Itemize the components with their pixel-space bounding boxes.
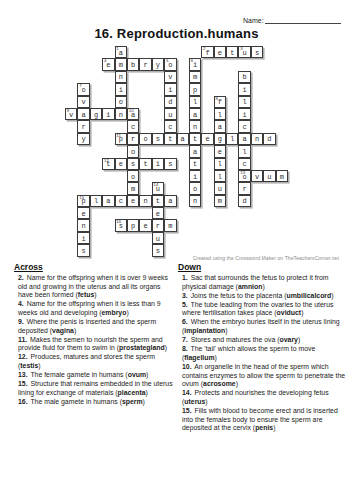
clue-number: 9 bbox=[67, 109, 69, 113]
cell-letter: y bbox=[156, 62, 160, 69]
clue-number: 1 bbox=[116, 47, 118, 51]
cell-letter: m bbox=[119, 62, 123, 69]
grid-cell-r12c2[interactable]: l bbox=[90, 195, 102, 207]
clue-item: 15. Structure that remains embedded in t… bbox=[14, 380, 174, 397]
cell-letter: n bbox=[119, 112, 123, 119]
cell-letter: i bbox=[119, 87, 123, 94]
grid-cell-r10c16[interactable]: u bbox=[263, 170, 275, 182]
cell-letter: i bbox=[193, 174, 197, 181]
clue-item: 15. Fills with blood to become erect and… bbox=[178, 407, 346, 433]
grid-cell-r12c14[interactable]: d bbox=[238, 195, 250, 207]
cell-letter: i bbox=[106, 112, 110, 119]
clue-item: 1. Sac that surrounds the fetus to prote… bbox=[178, 274, 346, 291]
clue-number: 10 bbox=[129, 109, 134, 113]
grid-cell-r13c1[interactable]: e bbox=[77, 207, 89, 219]
clue-number: 4 bbox=[104, 59, 106, 63]
grid-cell-r12c7[interactable]: t bbox=[152, 195, 164, 207]
cell-letter: l bbox=[218, 161, 222, 168]
grid-cell-r9c10[interactable]: t bbox=[189, 158, 201, 170]
grid-cell-r6c8[interactable]: c bbox=[164, 120, 176, 132]
cell-letter: i bbox=[193, 62, 197, 69]
clue-answer: fetus bbox=[78, 291, 94, 298]
grid-cell-r7c14[interactable]: a bbox=[238, 133, 250, 145]
across-clues-column: Across 2. Name for the offspring when it… bbox=[14, 262, 174, 433]
grid-cell-r7c11[interactable]: e bbox=[201, 133, 213, 145]
clue-item: 5. The tube leading from the ovaries to … bbox=[178, 301, 346, 318]
grid-cell-r1c5[interactable]: b bbox=[127, 58, 139, 70]
clue-item-number: 7. bbox=[182, 336, 188, 343]
clue-answer: ovum bbox=[128, 371, 146, 378]
cell-letter: n bbox=[255, 136, 259, 143]
grid-cell-r1c10[interactable]: 6i bbox=[189, 58, 201, 70]
grid-cell-r12c6[interactable]: n bbox=[139, 195, 151, 207]
grid-cell-r7c10[interactable]: t bbox=[189, 133, 201, 145]
clue-answer: testis bbox=[20, 362, 38, 369]
clue-number: 8 bbox=[215, 97, 217, 101]
grid-cell-r8c12[interactable]: e bbox=[214, 145, 226, 157]
name-row: Name: bbox=[243, 16, 341, 24]
grid-cell-r16c7[interactable]: s bbox=[152, 244, 164, 256]
grid-cell-r1c8[interactable]: 5o bbox=[164, 58, 176, 70]
grid-cell-r16c1[interactable]: s bbox=[77, 244, 89, 256]
clue-item-number: 11. bbox=[18, 336, 27, 343]
down-clues-column: Down 1. Sac that surrounds the fetus to … bbox=[178, 262, 346, 433]
cell-letter: l bbox=[218, 112, 222, 119]
cell-letter: o bbox=[131, 174, 135, 181]
clue-answer: amnion bbox=[238, 283, 263, 290]
grid-cell-r6c14[interactable]: c bbox=[238, 120, 250, 132]
grid-cell-r1c4[interactable]: m bbox=[115, 58, 127, 70]
cell-letter: r bbox=[131, 136, 135, 143]
cell-letter: l bbox=[243, 149, 247, 156]
cell-letter: a bbox=[193, 112, 197, 119]
grid-cell-r5c8[interactable]: u bbox=[164, 108, 176, 120]
cell-letter: d bbox=[267, 136, 271, 143]
cell-letter: v bbox=[255, 174, 259, 181]
cell-letter: p bbox=[193, 87, 197, 94]
grid-cell-r4c12[interactable]: 8f bbox=[214, 96, 226, 108]
cell-letter: t bbox=[156, 198, 160, 205]
grid-cell-r12c5[interactable]: e bbox=[127, 195, 139, 207]
cell-letter: p bbox=[131, 223, 135, 230]
clue-item-number: 8. bbox=[182, 345, 188, 352]
grid-cell-r5c14[interactable]: i bbox=[238, 108, 250, 120]
grid-cell-r5c10[interactable]: a bbox=[189, 108, 201, 120]
grid-cell-r0c13[interactable]: t bbox=[226, 46, 238, 58]
cell-letter: d bbox=[243, 198, 247, 205]
cell-letter: i bbox=[156, 161, 160, 168]
grid-cell-r6c5[interactable]: c bbox=[127, 120, 139, 132]
cell-letter: s bbox=[131, 161, 135, 168]
grid-cell-r7c6[interactable]: o bbox=[139, 133, 151, 145]
grid-cell-r2c4[interactable]: n bbox=[115, 71, 127, 83]
clue-number: 5 bbox=[166, 59, 168, 63]
cell-letter: o bbox=[119, 99, 123, 106]
grid-cell-r0c4[interactable]: 1a bbox=[115, 46, 127, 58]
cell-letter: n bbox=[119, 74, 123, 81]
grid-cell-r0c15[interactable]: s bbox=[251, 46, 263, 58]
cell-letter: l bbox=[218, 174, 222, 181]
grid-cell-r7c8[interactable]: t bbox=[164, 133, 176, 145]
grid-cell-r9c14[interactable]: c bbox=[238, 158, 250, 170]
clue-answer: embryo bbox=[102, 309, 127, 316]
cell-letter: f bbox=[205, 50, 209, 57]
down-header: Down bbox=[178, 262, 346, 272]
clue-answer: penis bbox=[255, 424, 273, 431]
clue-answer: implantation bbox=[184, 327, 225, 334]
clue-answer: oviduct bbox=[277, 309, 302, 316]
grid-cell-r9c8[interactable]: s bbox=[164, 158, 176, 170]
cell-letter: m bbox=[168, 223, 172, 230]
grid-cell-r11c12[interactable]: u bbox=[214, 182, 226, 194]
clue-number: 16 bbox=[116, 220, 121, 224]
grid-cell-r6c10[interactable]: n bbox=[189, 120, 201, 132]
grid-cell-r7c13[interactable]: l bbox=[226, 133, 238, 145]
cell-letter: m bbox=[280, 174, 284, 181]
grid-cell-r0c11[interactable]: 2f bbox=[201, 46, 213, 58]
grid-cell-r1c3[interactable]: 4e bbox=[102, 58, 114, 70]
grid-cell-r15c7[interactable]: u bbox=[152, 232, 164, 244]
cell-letter: c bbox=[168, 124, 172, 131]
cell-letter: e bbox=[81, 211, 85, 218]
cell-letter: a bbox=[106, 198, 110, 205]
cell-letter: c bbox=[243, 161, 247, 168]
grid-cell-r6c1[interactable]: r bbox=[77, 120, 89, 132]
cell-letter: c bbox=[119, 198, 123, 205]
grid-cell-r7c1[interactable]: y bbox=[77, 133, 89, 145]
grid-cell-r14c6[interactable]: e bbox=[139, 219, 151, 231]
cell-letter: l bbox=[94, 198, 98, 205]
grid-cell-r5c0[interactable]: 9v bbox=[65, 108, 77, 120]
grid-cell-r7c9[interactable]: a bbox=[177, 133, 189, 145]
grid-cell-r10c5[interactable]: o bbox=[127, 170, 139, 182]
cell-letter: a bbox=[193, 149, 197, 156]
grid-cell-r8c10[interactable]: a bbox=[189, 145, 201, 157]
clue-number: 2 bbox=[203, 47, 205, 51]
cell-letter: o bbox=[168, 62, 172, 69]
clue-answer: sperm bbox=[122, 398, 143, 405]
down-clue-list: 1. Sac that surrounds the fetus to prote… bbox=[178, 274, 346, 433]
cell-letter: s bbox=[81, 248, 85, 255]
clue-item-number: 4. bbox=[18, 300, 24, 307]
cell-letter: s bbox=[255, 50, 259, 57]
grid-cell-r4c10[interactable]: l bbox=[189, 96, 201, 108]
worksheet-page: Name: 16. Reproduction.humans 1a2fet3us4… bbox=[0, 0, 353, 500]
grid-cell-r12c12[interactable]: m bbox=[214, 195, 226, 207]
clue-item-number: 3. bbox=[182, 292, 188, 299]
grid-cell-r3c10[interactable]: p bbox=[189, 83, 201, 95]
cell-letter: i bbox=[81, 236, 85, 243]
cell-letter: e bbox=[205, 136, 209, 143]
grid-cell-r3c14[interactable]: i bbox=[238, 83, 250, 95]
grid-cell-r4c14[interactable]: l bbox=[238, 96, 250, 108]
cell-letter: o bbox=[193, 186, 197, 193]
clue-answer: prostategland bbox=[119, 344, 165, 351]
cell-letter: f bbox=[218, 99, 222, 106]
cell-letter: r bbox=[81, 124, 85, 131]
grid-cell-r3c4[interactable]: i bbox=[115, 83, 127, 95]
cell-letter: r bbox=[243, 186, 247, 193]
clue-item-number: 14. bbox=[182, 389, 192, 396]
grid-cell-r7c12[interactable]: g bbox=[214, 133, 226, 145]
cell-letter: a bbox=[168, 198, 172, 205]
grid-cell-r3c1[interactable]: 7o bbox=[77, 83, 89, 95]
clue-answer: uterus bbox=[184, 398, 205, 405]
clue-item: 2. Name for the offspring when it is ove… bbox=[14, 274, 174, 300]
clue-number: 7 bbox=[79, 84, 81, 88]
cell-letter: b bbox=[243, 74, 247, 81]
clue-section: Across 2. Name for the offspring when it… bbox=[14, 262, 346, 433]
cell-letter: e bbox=[143, 223, 147, 230]
grid-cell-r14c5[interactable]: p bbox=[127, 219, 139, 231]
grid-cell-r1c7[interactable]: y bbox=[152, 58, 164, 70]
cell-letter: e bbox=[119, 161, 123, 168]
cell-letter: t bbox=[193, 161, 197, 168]
clue-item-number: 6. bbox=[182, 318, 188, 325]
grid-cell-r9c6[interactable]: t bbox=[139, 158, 151, 170]
grid-cell-r11c5[interactable]: m bbox=[127, 182, 139, 194]
clue-answer: placenta bbox=[118, 389, 146, 396]
grid-cell-r10c17[interactable]: m bbox=[276, 170, 288, 182]
grid-cell-r7c7[interactable]: s bbox=[152, 133, 164, 145]
cell-letter: v bbox=[168, 74, 172, 81]
cell-letter: t bbox=[168, 136, 172, 143]
clue-number: 6 bbox=[191, 59, 193, 63]
clue-item: 10. An organelle in the head of the sper… bbox=[178, 363, 346, 389]
grid-cell-r11c10[interactable]: o bbox=[189, 182, 201, 194]
cell-letter: v bbox=[81, 99, 85, 106]
grid-cell-r8c5[interactable]: o bbox=[127, 145, 139, 157]
cell-letter: u bbox=[267, 174, 271, 181]
cell-letter: e bbox=[218, 149, 222, 156]
cell-letter: s bbox=[168, 161, 172, 168]
clue-answer: acrosome bbox=[203, 380, 236, 387]
cell-letter: d bbox=[168, 99, 172, 106]
clue-number: 3 bbox=[240, 47, 242, 51]
grid-cell-r10c12[interactable]: l bbox=[214, 170, 226, 182]
cell-letter: i bbox=[243, 87, 247, 94]
cell-letter: t bbox=[193, 136, 197, 143]
grid-cell-r5c5[interactable]: 10a bbox=[127, 108, 139, 120]
grid-cell-r15c1[interactable]: i bbox=[77, 232, 89, 244]
clue-answer: flagellum bbox=[184, 354, 214, 361]
cell-letter: i bbox=[168, 87, 172, 94]
cell-letter: a bbox=[119, 50, 123, 57]
clue-item-number: 16. bbox=[18, 398, 28, 405]
clue-item-number: 15. bbox=[182, 407, 192, 414]
cell-letter: u bbox=[243, 50, 247, 57]
grid-cell-r11c7[interactable]: 14u bbox=[152, 182, 164, 194]
grid-cell-r14c4[interactable]: 16s bbox=[115, 219, 127, 231]
cell-letter: t bbox=[230, 50, 234, 57]
cell-letter: u bbox=[168, 112, 172, 119]
cell-letter: e bbox=[156, 211, 160, 218]
cell-letter: l bbox=[243, 99, 247, 106]
cell-letter: e bbox=[106, 62, 110, 69]
clue-number: 12 bbox=[104, 159, 109, 163]
grid-cell-r14c7[interactable]: r bbox=[152, 219, 164, 231]
cell-letter: m bbox=[131, 186, 135, 193]
grid-cell-r12c3[interactable]: a bbox=[102, 195, 114, 207]
name-blank-line[interactable] bbox=[265, 16, 341, 24]
page-title: 16. Reproduction.humans bbox=[0, 26, 353, 41]
clue-item-number: 9. bbox=[18, 318, 24, 325]
across-clue-list: 2. Name for the offspring when it is ove… bbox=[14, 274, 174, 406]
cell-letter: r bbox=[143, 62, 147, 69]
clue-answer: ovary bbox=[280, 336, 298, 343]
grid-cell-r4c8[interactable]: d bbox=[164, 96, 176, 108]
cell-letter: n bbox=[81, 223, 85, 230]
cell-letter: b bbox=[131, 62, 135, 69]
grid-cell-r2c10[interactable]: m bbox=[189, 71, 201, 83]
grid-cell-r2c8[interactable]: v bbox=[164, 71, 176, 83]
grid-cell-r6c12[interactable]: a bbox=[214, 120, 226, 132]
grid-cell-r14c8[interactable]: m bbox=[164, 219, 176, 231]
clue-answer: umbilicalcord bbox=[286, 292, 331, 299]
grid-cell-r7c16[interactable]: d bbox=[263, 133, 275, 145]
cell-letter: a bbox=[81, 112, 85, 119]
cell-letter: u bbox=[156, 236, 160, 243]
grid-cell-r5c1[interactable]: a bbox=[77, 108, 89, 120]
grid-cell-r12c1[interactable]: 15p bbox=[77, 195, 89, 207]
grid-cell-r5c12[interactable]: l bbox=[214, 108, 226, 120]
cell-letter: n bbox=[143, 198, 147, 205]
clue-item: 7. Stores and matures the ova (ovary) bbox=[178, 336, 346, 345]
credit-line: Created using the Crossword Maker on The… bbox=[193, 255, 339, 261]
clue-item-number: 5. bbox=[182, 301, 188, 308]
cell-letter: o bbox=[131, 149, 135, 156]
grid-cell-r4c1[interactable]: v bbox=[77, 96, 89, 108]
cell-letter: y bbox=[81, 136, 85, 143]
clue-item-number: 1. bbox=[182, 274, 188, 281]
clue-item: 4. Name for the offspring when it is les… bbox=[14, 300, 174, 317]
cell-letter: o bbox=[143, 136, 147, 143]
clue-item: 12. Produces, matures and stores the spe… bbox=[14, 353, 174, 370]
clue-item-number: 2. bbox=[18, 274, 24, 281]
cell-letter: t bbox=[143, 161, 147, 168]
grid-cell-r5c3[interactable]: i bbox=[102, 108, 114, 120]
grid-cell-r10c10[interactable]: i bbox=[189, 170, 201, 182]
clue-number: 15 bbox=[79, 196, 84, 200]
cell-letter: n bbox=[193, 124, 197, 131]
clue-item: 11. Makes the semen to nourish the sperm… bbox=[14, 336, 174, 353]
clue-item: 9. Where the penis is inserted and the s… bbox=[14, 318, 174, 335]
cell-letter: r bbox=[156, 223, 160, 230]
grid-cell-r12c10[interactable]: n bbox=[189, 195, 201, 207]
clue-item: 8. The 'tail' which allows the sperm to … bbox=[178, 345, 346, 362]
across-header: Across bbox=[14, 262, 174, 272]
clue-item-number: 15. bbox=[18, 380, 28, 387]
grid-cell-r3c8[interactable]: i bbox=[164, 83, 176, 95]
clue-item: 3. Joins the fetus to the placenta (umbi… bbox=[178, 292, 346, 301]
cell-letter: a bbox=[243, 136, 247, 143]
grid-cell-r0c12[interactable]: e bbox=[214, 46, 226, 58]
clue-number: 11 bbox=[116, 134, 121, 138]
grid-cell-r8c14[interactable]: l bbox=[238, 145, 250, 157]
clue-number: 14 bbox=[154, 183, 159, 187]
grid-cell-r10c15[interactable]: v bbox=[251, 170, 263, 182]
cell-letter: l bbox=[193, 99, 197, 106]
clue-answer: vagina bbox=[52, 327, 74, 334]
cell-letter: c bbox=[243, 124, 247, 131]
cell-letter: o bbox=[81, 87, 85, 94]
cell-letter: a bbox=[181, 136, 185, 143]
grid-cell-r2c14[interactable]: b bbox=[238, 71, 250, 83]
grid-cell-r9c7[interactable]: i bbox=[152, 158, 164, 170]
cell-letter: s bbox=[156, 248, 160, 255]
crossword-grid: 1a2fet3us4embry5o6invmb7oiipivodl8fl9vag… bbox=[65, 46, 288, 257]
grid-cell-r10c14[interactable]: 13o bbox=[238, 170, 250, 182]
cell-letter: m bbox=[193, 74, 197, 81]
grid-cell-r5c4[interactable]: n bbox=[115, 108, 127, 120]
grid-cell-r9c12[interactable]: l bbox=[214, 158, 226, 170]
clue-item: 13. The female gamete in humans (ovum) bbox=[14, 371, 174, 380]
cell-letter: n bbox=[193, 198, 197, 205]
clue-item-number: 12. bbox=[18, 353, 28, 360]
grid-cell-r9c3[interactable]: 12t bbox=[102, 158, 114, 170]
grid-cell-r7c15[interactable]: n bbox=[251, 133, 263, 145]
grid-cell-r4c4[interactable]: o bbox=[115, 96, 127, 108]
grid-cell-r1c6[interactable]: r bbox=[139, 58, 151, 70]
clue-item: 6. When the embryo buries itself in the … bbox=[178, 318, 346, 335]
grid-cell-r14c1[interactable]: n bbox=[77, 219, 89, 231]
cell-letter: u bbox=[218, 186, 222, 193]
cell-letter: m bbox=[218, 198, 222, 205]
cell-letter: i bbox=[243, 112, 247, 119]
grid-cell-r7c4[interactable]: 11p bbox=[115, 133, 127, 145]
cell-letter: v bbox=[69, 112, 73, 119]
name-label: Name: bbox=[243, 17, 264, 24]
grid-cell-r9c5[interactable]: s bbox=[127, 158, 139, 170]
cell-letter: g bbox=[94, 112, 98, 119]
grid-cell-r9c4[interactable]: e bbox=[115, 158, 127, 170]
grid-cell-r0c14[interactable]: 3u bbox=[238, 46, 250, 58]
cell-letter: e bbox=[131, 198, 135, 205]
cell-letter: s bbox=[156, 136, 160, 143]
grid-cell-r13c7[interactable]: e bbox=[152, 207, 164, 219]
grid-cell-r5c2[interactable]: g bbox=[90, 108, 102, 120]
cell-letter: c bbox=[131, 124, 135, 131]
grid-cell-r11c14[interactable]: r bbox=[238, 182, 250, 194]
clue-item: 16. The male gamete in humans (sperm) bbox=[14, 398, 174, 407]
cell-letter: a bbox=[218, 124, 222, 131]
clue-item-number: 10. bbox=[182, 363, 192, 370]
grid-cell-r12c4[interactable]: c bbox=[115, 195, 127, 207]
clue-item-number: 13. bbox=[18, 371, 28, 378]
grid-cell-r12c8[interactable]: a bbox=[164, 195, 176, 207]
clue-number: 13 bbox=[240, 171, 245, 175]
clue-item: 14. Protects and nourishes the developin… bbox=[178, 389, 346, 406]
cell-letter: e bbox=[218, 50, 222, 57]
grid-cell-r7c5[interactable]: r bbox=[127, 133, 139, 145]
cell-letter: l bbox=[230, 136, 234, 143]
cell-letter: g bbox=[218, 136, 222, 143]
